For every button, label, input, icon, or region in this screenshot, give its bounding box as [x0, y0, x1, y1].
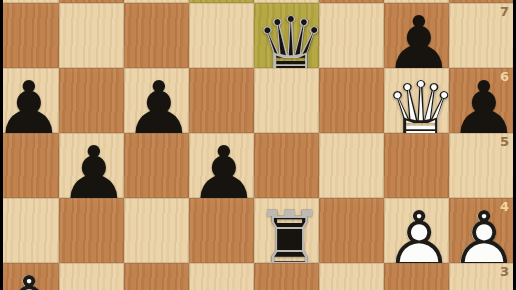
square-f7[interactable]	[319, 3, 384, 68]
white-queen: ♛♕	[384, 68, 449, 133]
square-h4[interactable]: ♟♙4	[449, 198, 514, 263]
square-a5[interactable]	[0, 133, 59, 198]
letterbox-bar-left	[0, 0, 3, 290]
square-c7[interactable]	[124, 3, 189, 68]
square-f5[interactable]	[319, 133, 384, 198]
square-d3[interactable]	[189, 263, 254, 290]
square-d4[interactable]	[189, 198, 254, 263]
square-b6[interactable]	[59, 68, 124, 133]
video-frame: ♛♕♟7♟♟♛♕♟6♟♟5♜♖♟♙♟♙4♟♙3	[0, 0, 516, 290]
white-pawn: ♟♙	[384, 198, 449, 263]
square-e3[interactable]	[254, 263, 319, 290]
black-pawn: ♟	[0, 68, 59, 133]
square-g3[interactable]	[384, 263, 449, 290]
square-g7[interactable]: ♟	[384, 3, 449, 68]
square-e4[interactable]: ♜♖	[254, 198, 319, 263]
square-h7[interactable]: 7	[449, 3, 514, 68]
black-pawn: ♟	[59, 133, 124, 198]
chessboard: ♛♕♟7♟♟♛♕♟6♟♟5♜♖♟♙♟♙4♟♙3	[0, 0, 514, 290]
square-g5[interactable]	[384, 133, 449, 198]
square-c5[interactable]	[124, 133, 189, 198]
square-b3[interactable]	[59, 263, 124, 290]
square-h5[interactable]: 5	[449, 133, 514, 198]
black-pawn: ♟	[189, 133, 254, 198]
square-d6[interactable]	[189, 68, 254, 133]
square-e6[interactable]	[254, 68, 319, 133]
square-e5[interactable]	[254, 133, 319, 198]
square-d5[interactable]: ♟	[189, 133, 254, 198]
rank-label-3: 3	[500, 265, 509, 278]
square-a7[interactable]	[0, 3, 59, 68]
rank-label-7: 7	[500, 5, 509, 18]
square-f3[interactable]	[319, 263, 384, 290]
rank-label-4: 4	[500, 200, 509, 213]
black-rook: ♜♖	[254, 198, 319, 263]
piece-outline-glyph: ♙	[0, 266, 64, 290]
square-d7[interactable]	[189, 3, 254, 68]
square-b5[interactable]: ♟	[59, 133, 124, 198]
rank-label-5: 5	[500, 135, 509, 148]
square-g6[interactable]: ♛♕	[384, 68, 449, 133]
square-e7[interactable]: ♛♕	[254, 3, 319, 68]
square-b4[interactable]	[59, 198, 124, 263]
rank-label-6: 6	[500, 70, 509, 83]
white-pawn: ♟♙	[0, 263, 59, 290]
square-f4[interactable]	[319, 198, 384, 263]
square-f6[interactable]	[319, 68, 384, 133]
square-g4[interactable]: ♟♙	[384, 198, 449, 263]
square-a6[interactable]: ♟	[0, 68, 59, 133]
square-c6[interactable]: ♟	[124, 68, 189, 133]
black-pawn: ♟	[124, 68, 189, 133]
square-h6[interactable]: ♟6	[449, 68, 514, 133]
square-a3[interactable]: ♟♙	[0, 263, 59, 290]
square-c4[interactable]	[124, 198, 189, 263]
black-queen: ♛♕	[254, 3, 319, 68]
black-pawn: ♟	[384, 3, 449, 68]
piece-glyph: ♟	[0, 266, 64, 290]
square-h3[interactable]: 3	[449, 263, 514, 290]
square-c3[interactable]	[124, 263, 189, 290]
square-a4[interactable]	[0, 198, 59, 263]
square-b7[interactable]	[59, 3, 124, 68]
